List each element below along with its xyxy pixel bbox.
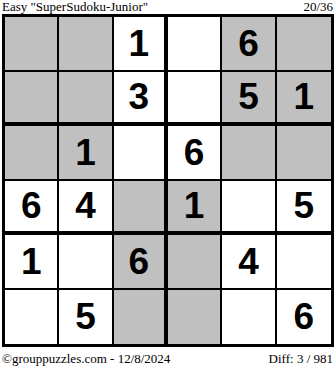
- cell-r2c1[interactable]: [5, 72, 59, 127]
- cell-r4c4[interactable]: 1: [168, 181, 222, 236]
- cell-r2c3[interactable]: 3: [114, 72, 168, 127]
- sudoku-board: 1635116641516456: [2, 14, 334, 347]
- cell-r2c6[interactable]: 1: [277, 72, 331, 127]
- header-bar: Easy "SuperSudoku-Junior" 20/36: [2, 0, 333, 14]
- footer-bar: ©grouppuzzles.com - 12/8/2024 Diff: 3 / …: [2, 351, 333, 366]
- cell-r5c3[interactable]: 6: [114, 235, 168, 290]
- cell-r5c2[interactable]: [59, 235, 113, 290]
- cell-r4c5[interactable]: [222, 181, 276, 236]
- cell-r5c5[interactable]: 4: [222, 235, 276, 290]
- cell-r3c1[interactable]: [5, 126, 59, 181]
- cell-r6c3[interactable]: [114, 290, 168, 345]
- cell-r4c3[interactable]: [114, 181, 168, 236]
- cell-r1c6[interactable]: [277, 17, 331, 72]
- cell-r2c2[interactable]: [59, 72, 113, 127]
- cell-r3c2[interactable]: 1: [59, 126, 113, 181]
- difficulty-label: Diff: 3 / 981: [269, 351, 333, 366]
- progress-counter: 20/36: [303, 0, 333, 14]
- cell-r3c5[interactable]: [222, 126, 276, 181]
- cell-r1c2[interactable]: [59, 17, 113, 72]
- puzzle-title: Easy "SuperSudoku-Junior": [2, 0, 148, 14]
- cell-r3c4[interactable]: 6: [168, 126, 222, 181]
- cell-r4c6[interactable]: 5: [277, 181, 331, 236]
- footer-copyright: ©grouppuzzles.com - 12/8/2024: [2, 351, 170, 366]
- cell-r2c5[interactable]: 5: [222, 72, 276, 127]
- cell-r1c5[interactable]: 6: [222, 17, 276, 72]
- cell-r2c4[interactable]: [168, 72, 222, 127]
- cell-r6c5[interactable]: [222, 290, 276, 345]
- cell-r5c1[interactable]: 1: [5, 235, 59, 290]
- cell-r5c4[interactable]: [168, 235, 222, 290]
- cell-r6c1[interactable]: [5, 290, 59, 345]
- cell-r6c4[interactable]: [168, 290, 222, 345]
- cell-r4c2[interactable]: 4: [59, 181, 113, 236]
- cell-r1c4[interactable]: [168, 17, 222, 72]
- cell-r6c2[interactable]: 5: [59, 290, 113, 345]
- cell-r5c6[interactable]: [277, 235, 331, 290]
- cell-r1c3[interactable]: 1: [114, 17, 168, 72]
- cell-r4c1[interactable]: 6: [5, 181, 59, 236]
- cell-r3c6[interactable]: [277, 126, 331, 181]
- cell-r6c6[interactable]: 6: [277, 290, 331, 345]
- cell-r3c3[interactable]: [114, 126, 168, 181]
- cell-r1c1[interactable]: [5, 17, 59, 72]
